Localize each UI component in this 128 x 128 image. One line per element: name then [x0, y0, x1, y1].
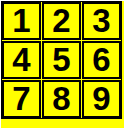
cell-r2c1[interactable]: 4	[2, 41, 41, 79]
cell-r1c2[interactable]: 2	[42, 2, 81, 40]
cell-r3c2[interactable]: 8	[42, 80, 81, 118]
cell-r3c1[interactable]: 7	[2, 80, 41, 118]
cell-r3c3[interactable]: 9	[82, 80, 121, 118]
cell-r2c2[interactable]: 5	[42, 41, 81, 79]
cell-r1c1[interactable]: 1	[2, 2, 41, 40]
cell-r1c3[interactable]: 3	[82, 2, 121, 40]
number-grid: 1 2 3 4 5 6 7 8 9	[1, 1, 122, 119]
board-panel: 1 2 3 4 5 6 7 8 9	[1, 1, 124, 128]
cell-r2c3[interactable]: 6	[82, 41, 121, 79]
